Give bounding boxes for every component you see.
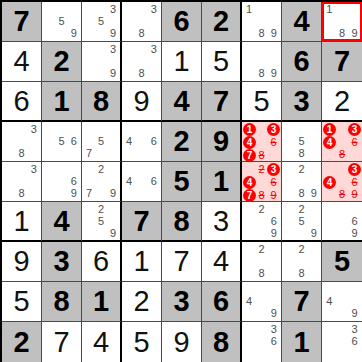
cell-r1c9[interactable]: 189 (322, 2, 362, 42)
cell-r3c7[interactable]: 5 (242, 82, 282, 122)
empty-mark-slot (83, 203, 95, 215)
empty-mark-slot (123, 28, 135, 40)
empty-mark-slot (107, 175, 119, 187)
cell-r1c7[interactable]: 189 (242, 2, 282, 42)
given-digit: 6 (282, 42, 321, 81)
cell-r9c9[interactable]: 36 (322, 322, 362, 362)
cell-r2c9[interactable]: 7 (322, 42, 362, 82)
empty-mark-slot (95, 148, 107, 160)
empty-mark-slot (107, 135, 119, 147)
candidate-4: 4 (123, 135, 135, 147)
cell-r9c5[interactable]: 9 (162, 322, 202, 362)
cell-r6c6[interactable]: 3 (202, 202, 242, 242)
empty-mark-slot (243, 336, 255, 349)
empty-mark-slot (95, 28, 107, 40)
candidate-6: 6 (268, 215, 280, 227)
pencil-marks: 56 (43, 123, 80, 160)
candidate-1-circled: 1 (323, 123, 336, 136)
cell-r5c1[interactable]: 38 (2, 162, 42, 202)
cell-r2c7[interactable]: 89 (242, 42, 282, 82)
cell-r2c8[interactable]: 6 (282, 42, 322, 82)
cell-r7c9[interactable]: 5 (322, 242, 362, 282)
pencil-marks: 69 (43, 163, 80, 200)
given-digit: 2 (162, 122, 201, 161)
pencil-marks: 36 (323, 323, 361, 361)
given-digit: 7 (322, 42, 362, 81)
empty-mark-slot (255, 55, 267, 67)
pencil-marks: 259 (283, 203, 320, 239)
given-digit: 2 (42, 42, 81, 81)
empty-mark-slot (95, 68, 107, 80)
empty-mark-slot (68, 15, 80, 27)
empty-mark-slot (148, 28, 160, 40)
cell-r2c5[interactable]: 1 (162, 42, 202, 82)
empty-mark-slot (43, 3, 55, 15)
solved-digit: 5 (202, 42, 240, 81)
candidate-9: 9 (268, 308, 280, 320)
empty-mark-slot (243, 283, 255, 295)
cell-r2c4[interactable]: 38 (122, 42, 162, 82)
empty-mark-slot (55, 163, 67, 175)
empty-mark-slot (95, 227, 107, 239)
cell-r6c4[interactable]: 7 (122, 202, 162, 242)
cell-r4c7[interactable]: 134678 (242, 122, 282, 162)
candidate-7-circled: 7 (243, 189, 256, 202)
empty-mark-slot (15, 123, 27, 135)
candidate-9: 9 (107, 188, 119, 200)
empty-mark-slot (243, 348, 255, 361)
cell-r5c8[interactable]: 289 (282, 162, 322, 202)
pencil-marks: 46 (123, 123, 160, 160)
candidate-8: 8 (255, 68, 267, 80)
cell-r1c4[interactable]: 38 (122, 2, 162, 42)
empty-mark-slot (83, 215, 95, 227)
empty-mark-slot (255, 255, 267, 267)
cell-r1c3[interactable]: 359 (82, 2, 122, 42)
empty-mark-slot (68, 148, 80, 160)
empty-mark-slot (323, 15, 336, 27)
cell-r1c2[interactable]: 59 (42, 2, 82, 42)
empty-mark-slot (323, 323, 336, 336)
given-digit: 1 (202, 162, 240, 201)
solved-digit: 1 (2, 202, 41, 240)
cell-r7c4[interactable]: 1 (122, 242, 162, 282)
cell-r3c8[interactable]: 3 (282, 82, 322, 122)
empty-mark-slot (268, 15, 280, 27)
candidate-3-circled: 3 (267, 163, 280, 176)
candidate-5: 5 (95, 135, 107, 147)
candidate-4-circled: 4 (323, 176, 336, 189)
empty-mark-slot (15, 135, 27, 147)
cell-r8c8[interactable]: 7 (282, 282, 322, 322)
empty-mark-slot (15, 175, 27, 187)
cell-r7c5[interactable]: 7 (162, 242, 202, 282)
cell-r1c8[interactable]: 4 (282, 2, 322, 42)
candidate-8: 8 (295, 148, 307, 160)
cell-r7c2[interactable]: 3 (42, 242, 82, 282)
empty-mark-slot (308, 243, 320, 255)
candidate-5: 5 (295, 135, 307, 147)
candidate-7: 7 (83, 148, 95, 160)
cell-r3c4[interactable]: 9 (122, 82, 162, 122)
given-digit: 2 (2, 322, 41, 362)
cell-r1c5[interactable]: 6 (162, 2, 202, 42)
cell-r4c4[interactable]: 46 (122, 122, 162, 162)
cell-r5c9[interactable]: 34689 (322, 162, 362, 202)
cell-r4c3[interactable]: 57 (82, 122, 122, 162)
empty-mark-slot (28, 175, 40, 187)
cell-r9c7[interactable]: 36 (242, 322, 282, 362)
given-digit: 4 (282, 2, 321, 41)
cell-r7c3[interactable]: 6 (82, 242, 122, 282)
cell-r8c4[interactable]: 2 (122, 282, 162, 322)
empty-mark-slot (148, 123, 160, 135)
empty-mark-slot (268, 295, 280, 307)
empty-mark-slot (148, 68, 160, 80)
pencil-marks: 28 (243, 243, 280, 280)
empty-mark-slot (95, 175, 107, 187)
candidate-4: 4 (323, 295, 336, 307)
given-digit: 6 (202, 282, 240, 321)
empty-mark-slot (268, 43, 280, 55)
sudoku-board: 7593593862189418942393815896761894753238… (0, 0, 362, 362)
cell-r6c5[interactable]: 8 (162, 202, 202, 242)
empty-mark-slot (148, 15, 160, 27)
empty-mark-slot (283, 243, 295, 255)
solved-digit: 5 (2, 282, 41, 321)
candidate-2: 2 (295, 203, 307, 215)
pencil-marks: 189 (323, 3, 361, 40)
empty-mark-slot (308, 215, 320, 227)
cell-r9c2[interactable]: 7 (42, 322, 82, 362)
cell-r9c8[interactable]: 1 (282, 322, 322, 362)
empty-mark-slot (336, 295, 349, 307)
empty-mark-slot (348, 3, 361, 15)
empty-mark-slot (283, 203, 295, 215)
candidate-4: 4 (123, 175, 135, 187)
pencil-marks: 189 (243, 3, 280, 40)
pencil-marks: 38 (123, 43, 160, 80)
empty-mark-slot (336, 323, 349, 336)
empty-mark-slot (255, 43, 267, 55)
empty-mark-slot (243, 28, 255, 40)
candidate-3: 3 (148, 43, 160, 55)
empty-mark-slot (243, 15, 255, 27)
candidate-2: 2 (255, 243, 267, 255)
candidate-2: 2 (295, 163, 307, 175)
candidate-3: 3 (28, 163, 40, 175)
cell-r4c1[interactable]: 38 (2, 122, 42, 162)
candidate-2: 2 (95, 203, 107, 215)
given-digit: 8 (202, 322, 240, 362)
candidate-3: 3 (348, 323, 361, 336)
pencil-marks: 2346789 (243, 163, 280, 200)
empty-mark-slot (243, 323, 255, 336)
cell-r8c9[interactable]: 49 (322, 282, 362, 322)
empty-mark-slot (256, 136, 267, 149)
empty-mark-slot (148, 55, 160, 67)
empty-mark-slot (348, 283, 361, 295)
candidate-3: 3 (148, 3, 160, 15)
empty-mark-slot (323, 149, 336, 160)
candidate-9: 9 (268, 28, 280, 40)
given-digit: 8 (82, 82, 120, 120)
candidate-5: 5 (295, 215, 307, 227)
solved-digit: 9 (2, 242, 41, 281)
empty-mark-slot (243, 243, 255, 255)
empty-mark-slot (107, 203, 119, 215)
given-digit: 1 (82, 282, 120, 321)
candidate-6: 6 (268, 336, 280, 349)
empty-mark-slot (308, 148, 320, 160)
empty-mark-slot (336, 203, 349, 215)
pencil-marks: 49 (243, 283, 280, 320)
candidate-3-circled: 3 (348, 163, 361, 176)
empty-mark-slot (336, 123, 348, 136)
empty-mark-slot (148, 163, 160, 175)
empty-mark-slot (323, 283, 336, 295)
empty-mark-slot (55, 175, 67, 187)
empty-mark-slot (83, 68, 95, 80)
cell-r4c2[interactable]: 56 (42, 122, 82, 162)
empty-mark-slot (135, 148, 147, 160)
empty-mark-slot (3, 148, 15, 160)
cell-r6c2[interactable]: 4 (42, 202, 82, 242)
candidate-9: 9 (268, 227, 280, 239)
empty-mark-slot (283, 188, 295, 200)
empty-mark-slot (308, 123, 320, 135)
given-digit: 1 (42, 82, 81, 120)
candidate-1: 1 (323, 3, 336, 15)
empty-mark-slot (3, 188, 15, 200)
cell-r5c2[interactable]: 69 (42, 162, 82, 202)
empty-mark-slot (148, 188, 160, 200)
pencil-marks: 49 (323, 283, 361, 320)
empty-mark-slot (123, 3, 135, 15)
cell-r2c2[interactable]: 2 (42, 42, 82, 82)
given-digit: 4 (42, 202, 81, 240)
candidate-6: 6 (348, 336, 361, 349)
cell-r8c7[interactable]: 49 (242, 282, 282, 322)
solved-digit: 9 (122, 82, 161, 120)
empty-mark-slot (107, 148, 119, 160)
empty-mark-slot (43, 175, 55, 187)
cell-r3c3[interactable]: 8 (82, 82, 122, 122)
candidate-6: 6 (68, 135, 80, 147)
empty-mark-slot (283, 123, 295, 135)
cell-r3c5[interactable]: 4 (162, 82, 202, 122)
candidate-6-eliminated: 6 (267, 176, 280, 189)
empty-mark-slot (336, 163, 348, 176)
empty-mark-slot (55, 3, 67, 15)
pencil-marks: 59 (43, 3, 80, 40)
empty-mark-slot (123, 55, 135, 67)
given-digit: 7 (282, 282, 321, 321)
given-digit: 5 (162, 162, 201, 201)
cell-r9c4[interactable]: 5 (122, 322, 162, 362)
empty-mark-slot (55, 148, 67, 160)
cell-r6c1[interactable]: 1 (2, 202, 42, 242)
cell-r4c5[interactable]: 2 (162, 122, 202, 162)
pencil-marks: 39 (83, 43, 119, 80)
empty-mark-slot (135, 43, 147, 55)
candidate-1-circled: 1 (243, 123, 256, 136)
solved-digit: 2 (122, 282, 161, 321)
cell-r3c1[interactable]: 6 (2, 82, 42, 122)
pencil-marks: 69 (323, 203, 361, 239)
empty-mark-slot (256, 176, 267, 189)
candidate-4-circled: 4 (243, 136, 256, 149)
candidate-8-eliminated: 8 (256, 149, 267, 162)
empty-mark-slot (83, 123, 95, 135)
empty-mark-slot (243, 255, 255, 267)
cell-r7c8[interactable]: 28 (282, 242, 322, 282)
cell-r5c4[interactable]: 46 (122, 162, 162, 202)
cell-r5c7[interactable]: 2346789 (242, 162, 282, 202)
cell-r4c6[interactable]: 9 (202, 122, 242, 162)
empty-mark-slot (43, 123, 55, 135)
empty-mark-slot (107, 123, 119, 135)
cell-r8c5[interactable]: 3 (162, 282, 202, 322)
empty-mark-slot (107, 15, 119, 27)
candidate-3: 3 (28, 123, 40, 135)
cell-r8c6[interactable]: 6 (202, 282, 242, 322)
cell-r5c5[interactable]: 5 (162, 162, 202, 202)
given-digit: 1 (282, 322, 321, 362)
empty-mark-slot (83, 3, 95, 15)
empty-mark-slot (3, 135, 15, 147)
empty-mark-slot (283, 148, 295, 160)
cell-r9c3[interactable]: 4 (82, 322, 122, 362)
cell-r2c3[interactable]: 39 (82, 42, 122, 82)
empty-mark-slot (83, 227, 95, 239)
pencil-marks: 134678 (243, 123, 280, 160)
empty-mark-slot (336, 215, 349, 227)
cell-r6c7[interactable]: 269 (242, 202, 282, 242)
candidate-4-circled: 4 (243, 176, 256, 189)
cell-r2c6[interactable]: 5 (202, 42, 242, 82)
empty-mark-slot (43, 188, 55, 200)
given-digit: 8 (162, 202, 201, 240)
candidate-8: 8 (15, 148, 27, 160)
cell-r9c1[interactable]: 2 (2, 322, 42, 362)
cell-r1c1[interactable]: 7 (2, 2, 42, 42)
cell-r2c1[interactable]: 4 (2, 42, 42, 82)
cell-r6c3[interactable]: 259 (82, 202, 122, 242)
empty-mark-slot (268, 243, 280, 255)
empty-mark-slot (348, 295, 361, 307)
empty-mark-slot (243, 43, 255, 55)
empty-mark-slot (336, 348, 349, 361)
candidate-9: 9 (308, 227, 320, 239)
candidate-3: 3 (107, 43, 119, 55)
empty-mark-slot (283, 255, 295, 267)
candidate-3: 3 (268, 323, 280, 336)
candidate-6: 6 (148, 175, 160, 187)
empty-mark-slot (135, 175, 147, 187)
empty-mark-slot (308, 255, 320, 267)
empty-mark-slot (323, 308, 336, 320)
cell-r3c6[interactable]: 7 (202, 82, 242, 122)
empty-mark-slot (123, 43, 135, 55)
cell-r7c7[interactable]: 28 (242, 242, 282, 282)
empty-mark-slot (135, 163, 147, 175)
empty-mark-slot (268, 348, 280, 361)
empty-mark-slot (336, 3, 349, 15)
candidate-1: 1 (243, 3, 255, 15)
candidate-4-circled: 4 (323, 136, 336, 149)
solved-digit: 2 (322, 82, 362, 120)
cell-r9c6[interactable]: 8 (202, 322, 242, 362)
candidate-8-eliminated: 8 (336, 149, 348, 160)
empty-mark-slot (283, 227, 295, 239)
cell-r5c6[interactable]: 1 (202, 162, 242, 202)
empty-mark-slot (83, 43, 95, 55)
candidate-9: 9 (107, 227, 119, 239)
pencil-marks: 36 (243, 323, 280, 361)
given-digit: 9 (202, 122, 240, 161)
candidate-8: 8 (255, 28, 267, 40)
pencil-marks: 34689 (323, 163, 361, 200)
empty-mark-slot (268, 283, 280, 295)
cell-r7c6[interactable]: 4 (202, 242, 242, 282)
candidate-8: 8 (135, 68, 147, 80)
candidate-9: 9 (348, 28, 361, 40)
pencil-marks: 38 (3, 123, 40, 160)
empty-mark-slot (268, 203, 280, 215)
cell-r4c9[interactable]: 13468 (322, 122, 362, 162)
empty-mark-slot (243, 163, 256, 176)
pencil-marks: 57 (83, 123, 119, 160)
candidate-5: 5 (55, 15, 67, 27)
empty-mark-slot (268, 255, 280, 267)
cell-r8c1[interactable]: 5 (2, 282, 42, 322)
cell-r3c2[interactable]: 1 (42, 82, 82, 122)
candidate-6-eliminated: 6 (267, 136, 280, 149)
cell-r5c3[interactable]: 279 (82, 162, 122, 202)
cell-r6c8[interactable]: 259 (282, 202, 322, 242)
empty-mark-slot (135, 123, 147, 135)
given-digit: 3 (162, 282, 201, 321)
empty-mark-slot (336, 308, 349, 320)
empty-mark-slot (243, 268, 255, 280)
cell-r8c3[interactable]: 1 (82, 282, 122, 322)
empty-mark-slot (28, 148, 40, 160)
given-digit: 7 (2, 2, 41, 41)
cell-r4c8[interactable]: 58 (282, 122, 322, 162)
cell-r6c9[interactable]: 69 (322, 202, 362, 242)
candidate-8: 8 (15, 188, 27, 200)
empty-mark-slot (123, 123, 135, 135)
empty-mark-slot (323, 28, 336, 40)
candidate-6: 6 (68, 175, 80, 187)
empty-mark-slot (83, 15, 95, 27)
given-digit: 8 (42, 282, 81, 321)
candidate-3-circled: 3 (348, 123, 361, 136)
empty-mark-slot (3, 175, 15, 187)
cell-r1c6[interactable]: 2 (202, 2, 242, 42)
cell-r8c2[interactable]: 8 (42, 282, 82, 322)
empty-mark-slot (295, 123, 307, 135)
candidate-9: 9 (348, 227, 361, 239)
given-digit: 7 (122, 202, 161, 240)
cell-r3c9[interactable]: 2 (322, 82, 362, 122)
cell-r7c1[interactable]: 9 (2, 242, 42, 282)
given-digit: 3 (282, 82, 321, 120)
solved-digit: 6 (82, 242, 120, 281)
solved-digit: 1 (122, 242, 161, 281)
empty-mark-slot (83, 28, 95, 40)
